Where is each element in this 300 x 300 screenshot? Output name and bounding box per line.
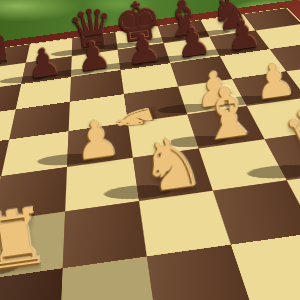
- square-f1: [231, 233, 300, 300]
- chess-board-frame: ♞♛♚♝♞♟♟♟♟♟♟♞♟♟♟♝♟♞♛♜: [0, 0, 300, 300]
- black-pawn: ♟: [215, 14, 270, 56]
- white-pawn: ♟: [60, 111, 133, 167]
- white-knight: ♞: [130, 128, 213, 202]
- outdoor-chess-photo: ♞♛♚♝♞♟♟♟♟♟♟♞♟♟♟♝♟♞♛♜: [0, 0, 300, 300]
- white-rook: ♜: [0, 199, 62, 281]
- square-f7: ♟: [164, 37, 220, 63]
- square-d4: ♟: [67, 123, 133, 167]
- chess-board: ♞♛♚♝♞♟♟♟♟♟♟♞♟♟♟♝♟♞♛♜: [0, 8, 300, 300]
- square-c2: ♜: [0, 211, 65, 280]
- black-pawn: ♟: [66, 35, 121, 77]
- square-e3: ♞: [133, 148, 213, 201]
- black-pawn: ♟: [16, 42, 71, 84]
- black-pawn: ♟: [166, 21, 221, 63]
- tilted-scene: ♞♛♚♝♞♟♟♟♟♟♟♞♟♟♟♝♟♞♛♜: [0, 0, 300, 300]
- black-pawn: ♟: [116, 28, 171, 70]
